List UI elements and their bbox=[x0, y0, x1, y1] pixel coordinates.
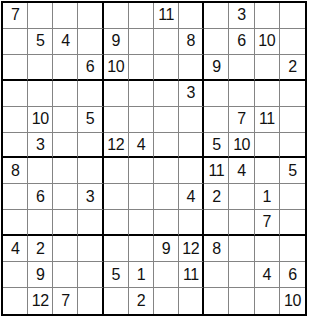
cell-r6c7[interactable] bbox=[154, 133, 179, 159]
cell-r12c3[interactable]: 7 bbox=[53, 288, 78, 314]
cell-r8c7[interactable] bbox=[154, 184, 179, 210]
cell-r1c5[interactable] bbox=[104, 3, 129, 29]
cell-r8c12[interactable] bbox=[280, 184, 305, 210]
cell-r10c1[interactable]: 4 bbox=[3, 236, 28, 262]
cell-r7c12[interactable]: 5 bbox=[280, 158, 305, 184]
cell-r11c7[interactable] bbox=[154, 262, 179, 288]
cell-r10c9[interactable]: 8 bbox=[204, 236, 229, 262]
cell-r2c1[interactable] bbox=[3, 29, 28, 55]
cell-r5c7[interactable] bbox=[154, 107, 179, 133]
cell-r1c6[interactable] bbox=[129, 3, 154, 29]
cell-r6c4[interactable] bbox=[78, 133, 103, 159]
cell-r4c1[interactable] bbox=[3, 81, 28, 107]
cell-r4c11[interactable] bbox=[255, 81, 280, 107]
cell-r7c8[interactable] bbox=[179, 158, 204, 184]
cell-r5c12[interactable] bbox=[280, 107, 305, 133]
cell-r12c10[interactable] bbox=[229, 288, 254, 314]
cell-r4c10[interactable] bbox=[229, 81, 254, 107]
cell-r8c5[interactable] bbox=[104, 184, 129, 210]
cell-r10c5[interactable] bbox=[104, 236, 129, 262]
cell-r5c8[interactable] bbox=[179, 107, 204, 133]
cell-r6c10[interactable]: 10 bbox=[229, 133, 254, 159]
sudoku-page: 7113549861061092310571131245108114563421… bbox=[0, 0, 312, 320]
cell-r2c11[interactable]: 10 bbox=[255, 29, 280, 55]
cell-r8c8[interactable]: 4 bbox=[179, 184, 204, 210]
cell-r3c4[interactable]: 6 bbox=[78, 55, 103, 81]
cell-r9c3[interactable] bbox=[53, 210, 78, 236]
cell-r10c6[interactable] bbox=[129, 236, 154, 262]
cell-r12c7[interactable] bbox=[154, 288, 179, 314]
cell-r3c1[interactable] bbox=[3, 55, 28, 81]
cell-r12c5[interactable] bbox=[104, 288, 129, 314]
cell-r3c2[interactable] bbox=[28, 55, 53, 81]
cell-r10c4[interactable] bbox=[78, 236, 103, 262]
cell-r4c6[interactable] bbox=[129, 81, 154, 107]
cell-r5c11[interactable]: 11 bbox=[255, 107, 280, 133]
cell-r2c10[interactable]: 6 bbox=[229, 29, 254, 55]
cell-r7c11[interactable] bbox=[255, 158, 280, 184]
cell-r12c6[interactable]: 2 bbox=[129, 288, 154, 314]
cell-r9c11[interactable]: 7 bbox=[255, 210, 280, 236]
cell-r8c6[interactable] bbox=[129, 184, 154, 210]
cell-r3c11[interactable] bbox=[255, 55, 280, 81]
cell-r2c8[interactable]: 8 bbox=[179, 29, 204, 55]
cell-r4c5[interactable] bbox=[104, 81, 129, 107]
cell-r9c10[interactable] bbox=[229, 210, 254, 236]
cell-r6c3[interactable] bbox=[53, 133, 78, 159]
cell-r11c3[interactable] bbox=[53, 262, 78, 288]
cell-r11c12[interactable]: 6 bbox=[280, 262, 305, 288]
cell-r4c4[interactable] bbox=[78, 81, 103, 107]
cell-r6c8[interactable] bbox=[179, 133, 204, 159]
cell-r9c1[interactable] bbox=[3, 210, 28, 236]
cell-r2c7[interactable] bbox=[154, 29, 179, 55]
cell-r11c6[interactable]: 1 bbox=[129, 262, 154, 288]
cell-r11c5[interactable]: 5 bbox=[104, 262, 129, 288]
cell-r9c7[interactable] bbox=[154, 210, 179, 236]
cell-r6c6[interactable]: 4 bbox=[129, 133, 154, 159]
cell-r7c6[interactable] bbox=[129, 158, 154, 184]
cell-r11c11[interactable]: 4 bbox=[255, 262, 280, 288]
cell-r2c4[interactable] bbox=[78, 29, 103, 55]
cell-r5c1[interactable] bbox=[3, 107, 28, 133]
cell-r10c3[interactable] bbox=[53, 236, 78, 262]
cell-r3c6[interactable] bbox=[129, 55, 154, 81]
cell-r9c2[interactable] bbox=[28, 210, 53, 236]
cell-r4c3[interactable] bbox=[53, 81, 78, 107]
cell-r1c4[interactable] bbox=[78, 3, 103, 29]
cell-r8c3[interactable] bbox=[53, 184, 78, 210]
cell-r11c2[interactable]: 9 bbox=[28, 262, 53, 288]
cell-r1c9[interactable] bbox=[204, 3, 229, 29]
cell-r5c10[interactable]: 7 bbox=[229, 107, 254, 133]
cell-r10c11[interactable] bbox=[255, 236, 280, 262]
cell-r6c2[interactable]: 3 bbox=[28, 133, 53, 159]
cell-r12c12[interactable]: 10 bbox=[280, 288, 305, 314]
cell-r7c1[interactable]: 8 bbox=[3, 158, 28, 184]
cell-r5c9[interactable] bbox=[204, 107, 229, 133]
cell-r3c10[interactable] bbox=[229, 55, 254, 81]
cell-r12c11[interactable] bbox=[255, 288, 280, 314]
cell-r4c8[interactable]: 3 bbox=[179, 81, 204, 107]
cell-r4c7[interactable] bbox=[154, 81, 179, 107]
cell-r7c10[interactable]: 4 bbox=[229, 158, 254, 184]
cell-r1c8[interactable] bbox=[179, 3, 204, 29]
cell-r10c8[interactable]: 12 bbox=[179, 236, 204, 262]
cell-r4c12[interactable] bbox=[280, 81, 305, 107]
cell-r5c5[interactable] bbox=[104, 107, 129, 133]
cell-r1c7[interactable]: 11 bbox=[154, 3, 179, 29]
cell-r3c5[interactable]: 10 bbox=[104, 55, 129, 81]
cell-r5c6[interactable] bbox=[129, 107, 154, 133]
cell-r2c3[interactable]: 4 bbox=[53, 29, 78, 55]
cell-r9c5[interactable] bbox=[104, 210, 129, 236]
cell-r10c7[interactable]: 9 bbox=[154, 236, 179, 262]
cell-r1c12[interactable] bbox=[280, 3, 305, 29]
cell-r8c2[interactable]: 6 bbox=[28, 184, 53, 210]
cell-r6c9[interactable]: 5 bbox=[204, 133, 229, 159]
cell-r12c2[interactable]: 12 bbox=[28, 288, 53, 314]
cell-r2c9[interactable] bbox=[204, 29, 229, 55]
cell-r3c9[interactable]: 9 bbox=[204, 55, 229, 81]
cell-r1c10[interactable]: 3 bbox=[229, 3, 254, 29]
cell-r12c8[interactable] bbox=[179, 288, 204, 314]
cell-r1c1[interactable]: 7 bbox=[3, 3, 28, 29]
cell-r9c12[interactable] bbox=[280, 210, 305, 236]
cell-r12c9[interactable] bbox=[204, 288, 229, 314]
cell-r10c12[interactable] bbox=[280, 236, 305, 262]
cell-r10c2[interactable]: 2 bbox=[28, 236, 53, 262]
cell-r3c3[interactable] bbox=[53, 55, 78, 81]
cell-r5c4[interactable]: 5 bbox=[78, 107, 103, 133]
cell-r2c2[interactable]: 5 bbox=[28, 29, 53, 55]
cell-r3c12[interactable]: 2 bbox=[280, 55, 305, 81]
cell-r7c7[interactable] bbox=[154, 158, 179, 184]
cell-r8c10[interactable] bbox=[229, 184, 254, 210]
cell-r2c5[interactable]: 9 bbox=[104, 29, 129, 55]
cell-r3c7[interactable] bbox=[154, 55, 179, 81]
cell-r5c3[interactable] bbox=[53, 107, 78, 133]
cell-r7c5[interactable] bbox=[104, 158, 129, 184]
cell-r11c9[interactable] bbox=[204, 262, 229, 288]
cell-r9c6[interactable] bbox=[129, 210, 154, 236]
cell-r3c8[interactable] bbox=[179, 55, 204, 81]
cell-r9c4[interactable] bbox=[78, 210, 103, 236]
cell-r6c12[interactable] bbox=[280, 133, 305, 159]
cell-r1c11[interactable] bbox=[255, 3, 280, 29]
cell-r7c4[interactable] bbox=[78, 158, 103, 184]
cell-r7c2[interactable] bbox=[28, 158, 53, 184]
cell-r10c10[interactable] bbox=[229, 236, 254, 262]
cell-r2c6[interactable] bbox=[129, 29, 154, 55]
cell-r4c2[interactable] bbox=[28, 81, 53, 107]
cell-r11c8[interactable]: 11 bbox=[179, 262, 204, 288]
cell-r7c9[interactable]: 11 bbox=[204, 158, 229, 184]
cell-r12c1[interactable] bbox=[3, 288, 28, 314]
sudoku-board: 7113549861061092310571131245108114563421… bbox=[1, 1, 307, 316]
cell-r4c9[interactable] bbox=[204, 81, 229, 107]
cell-r7c3[interactable] bbox=[53, 158, 78, 184]
cell-r12c4[interactable] bbox=[78, 288, 103, 314]
cell-r5c2[interactable]: 10 bbox=[28, 107, 53, 133]
cell-r1c2[interactable] bbox=[28, 3, 53, 29]
cell-r8c1[interactable] bbox=[3, 184, 28, 210]
cell-r9c9[interactable] bbox=[204, 210, 229, 236]
cell-r6c1[interactable] bbox=[3, 133, 28, 159]
cell-r2c12[interactable] bbox=[280, 29, 305, 55]
cell-r11c1[interactable] bbox=[3, 262, 28, 288]
cell-r8c11[interactable]: 1 bbox=[255, 184, 280, 210]
cell-r8c9[interactable]: 2 bbox=[204, 184, 229, 210]
cell-r6c5[interactable]: 12 bbox=[104, 133, 129, 159]
cell-r9c8[interactable] bbox=[179, 210, 204, 236]
cell-r11c4[interactable] bbox=[78, 262, 103, 288]
cell-r6c11[interactable] bbox=[255, 133, 280, 159]
cell-r11c10[interactable] bbox=[229, 262, 254, 288]
cell-r1c3[interactable] bbox=[53, 3, 78, 29]
cell-r8c4[interactable]: 3 bbox=[78, 184, 103, 210]
